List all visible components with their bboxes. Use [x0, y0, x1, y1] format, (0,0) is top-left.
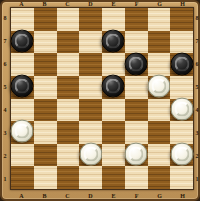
- square-d2[interactable]: [79, 144, 102, 167]
- square-e2: [102, 144, 125, 167]
- square-e6: [102, 53, 125, 76]
- square-f1: [125, 166, 148, 189]
- black-man[interactable]: [102, 30, 125, 53]
- square-g2: [148, 144, 171, 167]
- square-a5[interactable]: [11, 76, 34, 99]
- square-h5: [170, 76, 193, 99]
- file-label-c: C: [56, 0, 79, 7]
- rank-label-7: 7: [194, 30, 200, 53]
- file-label-e: E: [102, 0, 125, 7]
- square-g1[interactable]: [148, 166, 171, 189]
- rank-label-8: 8: [194, 7, 200, 30]
- square-f7: [125, 31, 148, 54]
- square-g6: [148, 53, 171, 76]
- square-b5: [34, 76, 57, 99]
- rank-label-3: 3: [194, 121, 200, 144]
- checkers-board: [10, 7, 194, 190]
- square-h4[interactable]: [170, 99, 193, 122]
- file-label-g: G: [148, 0, 171, 7]
- file-label-a: A: [10, 0, 33, 7]
- square-c3[interactable]: [57, 121, 80, 144]
- square-a8: [11, 8, 34, 31]
- file-label-h: H: [171, 0, 194, 7]
- square-d5: [79, 76, 102, 99]
- square-c1[interactable]: [57, 166, 80, 189]
- square-e8: [102, 8, 125, 31]
- square-b1: [34, 166, 57, 189]
- square-h7: [170, 31, 193, 54]
- file-labels-top: ABCDEFGH: [10, 0, 194, 7]
- square-h3: [170, 121, 193, 144]
- rank-label-1: 1: [0, 167, 10, 190]
- rank-label-3: 3: [0, 121, 10, 144]
- square-c7[interactable]: [57, 31, 80, 54]
- square-d6[interactable]: [79, 53, 102, 76]
- file-label-e: E: [102, 190, 125, 201]
- rank-label-6: 6: [194, 53, 200, 76]
- square-f8[interactable]: [125, 8, 148, 31]
- square-b7: [34, 31, 57, 54]
- square-a2: [11, 144, 34, 167]
- file-label-f: F: [125, 190, 148, 201]
- rank-label-4: 4: [194, 99, 200, 122]
- rank-label-2: 2: [0, 144, 10, 167]
- square-h1: [170, 166, 193, 189]
- rank-labels-left: 87654321: [0, 7, 10, 190]
- file-label-d: D: [79, 190, 102, 201]
- square-c5[interactable]: [57, 76, 80, 99]
- square-e5[interactable]: [102, 76, 125, 99]
- square-f6[interactable]: [125, 53, 148, 76]
- square-g3[interactable]: [148, 121, 171, 144]
- square-f4[interactable]: [125, 99, 148, 122]
- white-man[interactable]: [147, 75, 170, 98]
- file-labels-bottom: ABCDEFGH: [10, 190, 194, 201]
- white-man[interactable]: [11, 120, 34, 143]
- square-f3: [125, 121, 148, 144]
- file-label-f: F: [125, 0, 148, 7]
- rank-label-2: 2: [194, 144, 200, 167]
- file-label-b: B: [33, 0, 56, 7]
- square-d8[interactable]: [79, 8, 102, 31]
- rank-label-1: 1: [194, 167, 200, 190]
- square-e1[interactable]: [102, 166, 125, 189]
- square-c6: [57, 53, 80, 76]
- square-c4: [57, 99, 80, 122]
- square-d3: [79, 121, 102, 144]
- square-b4[interactable]: [34, 99, 57, 122]
- square-e3[interactable]: [102, 121, 125, 144]
- square-e7[interactable]: [102, 31, 125, 54]
- file-label-c: C: [56, 190, 79, 201]
- black-man[interactable]: [170, 52, 193, 75]
- white-man[interactable]: [79, 143, 102, 166]
- square-g5[interactable]: [148, 76, 171, 99]
- square-f5: [125, 76, 148, 99]
- white-man[interactable]: [125, 143, 148, 166]
- white-man[interactable]: [170, 97, 193, 120]
- square-g8: [148, 8, 171, 31]
- black-man[interactable]: [102, 75, 125, 98]
- square-a1[interactable]: [11, 166, 34, 189]
- file-label-a: A: [10, 190, 33, 201]
- square-e4: [102, 99, 125, 122]
- rank-label-4: 4: [0, 99, 10, 122]
- square-b8[interactable]: [34, 8, 57, 31]
- file-label-d: D: [79, 0, 102, 7]
- white-man[interactable]: [170, 143, 193, 166]
- rank-label-8: 8: [0, 7, 10, 30]
- square-c8: [57, 8, 80, 31]
- square-d1: [79, 166, 102, 189]
- square-d4[interactable]: [79, 99, 102, 122]
- black-man[interactable]: [125, 52, 148, 75]
- rank-label-7: 7: [0, 30, 10, 53]
- square-h6[interactable]: [170, 53, 193, 76]
- square-b3: [34, 121, 57, 144]
- square-f2[interactable]: [125, 144, 148, 167]
- square-a7[interactable]: [11, 31, 34, 54]
- file-label-h: H: [171, 190, 194, 201]
- square-g7[interactable]: [148, 31, 171, 54]
- square-g4: [148, 99, 171, 122]
- rank-label-5: 5: [0, 76, 10, 99]
- square-a3[interactable]: [11, 121, 34, 144]
- square-b2[interactable]: [34, 144, 57, 167]
- rank-label-5: 5: [194, 76, 200, 99]
- file-label-b: B: [33, 190, 56, 201]
- black-man[interactable]: [11, 30, 34, 53]
- square-a6: [11, 53, 34, 76]
- square-a4: [11, 99, 34, 122]
- rank-label-6: 6: [0, 53, 10, 76]
- file-label-g: G: [148, 190, 171, 201]
- square-c2: [57, 144, 80, 167]
- square-h2[interactable]: [170, 144, 193, 167]
- square-b6[interactable]: [34, 53, 57, 76]
- square-d7: [79, 31, 102, 54]
- black-man[interactable]: [11, 75, 34, 98]
- square-h8[interactable]: [170, 8, 193, 31]
- rank-labels-right: 87654321: [194, 7, 200, 190]
